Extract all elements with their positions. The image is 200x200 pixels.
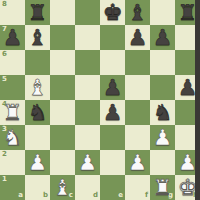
square-g8[interactable] <box>150 0 175 25</box>
white-rook[interactable]: ♜ <box>0 100 25 125</box>
square-f2[interactable]: ♟ <box>125 150 150 175</box>
square-g2[interactable] <box>150 150 175 175</box>
square-c6[interactable] <box>50 50 75 75</box>
square-e4[interactable]: ♟ <box>100 100 125 125</box>
white-rook[interactable]: ♜ <box>150 175 175 200</box>
rank-label-6: 6 <box>2 51 7 58</box>
black-knight[interactable]: ♞ <box>150 100 175 125</box>
square-c4[interactable] <box>50 100 75 125</box>
square-d4[interactable] <box>75 100 100 125</box>
square-e3[interactable] <box>100 125 125 150</box>
black-bishop[interactable]: ♝ <box>125 0 150 25</box>
square-a3[interactable]: 3♞ <box>0 125 25 150</box>
square-f5[interactable] <box>125 75 150 100</box>
square-a6[interactable]: 6 <box>0 50 25 75</box>
square-b1[interactable]: b <box>25 175 50 200</box>
rank-label-8: 8 <box>2 1 7 8</box>
square-a7[interactable]: 7♟ <box>0 25 25 50</box>
white-pawn[interactable]: ♟ <box>75 150 100 175</box>
square-b5[interactable]: ♝ <box>25 75 50 100</box>
square-d6[interactable] <box>75 50 100 75</box>
square-g1[interactable]: g♜ <box>150 175 175 200</box>
square-e8[interactable]: ♚ <box>100 0 125 25</box>
square-d5[interactable] <box>75 75 100 100</box>
black-bishop[interactable]: ♝ <box>25 25 50 50</box>
chess-board: 8♜♚♝♜7♟♝♟♟65♝♟♟4♜♞♟♞3♞♟2♟♟♟♟1abc♝defg♜h♚ <box>0 0 200 200</box>
file-label-b: b <box>43 192 48 199</box>
black-king[interactable]: ♚ <box>100 0 125 25</box>
black-pawn[interactable]: ♟ <box>100 100 125 125</box>
square-f4[interactable] <box>125 100 150 125</box>
white-pawn[interactable]: ♟ <box>25 150 50 175</box>
square-c8[interactable] <box>50 0 75 25</box>
square-c5[interactable] <box>50 75 75 100</box>
white-knight[interactable]: ♞ <box>0 125 25 150</box>
square-d3[interactable] <box>75 125 100 150</box>
square-g3[interactable]: ♟ <box>150 125 175 150</box>
square-e6[interactable] <box>100 50 125 75</box>
square-b2[interactable]: ♟ <box>25 150 50 175</box>
square-d1[interactable]: d <box>75 175 100 200</box>
square-f7[interactable]: ♟ <box>125 25 150 50</box>
black-pawn[interactable]: ♟ <box>0 25 25 50</box>
square-g5[interactable] <box>150 75 175 100</box>
square-d8[interactable] <box>75 0 100 25</box>
square-g7[interactable]: ♟ <box>150 25 175 50</box>
square-b7[interactable]: ♝ <box>25 25 50 50</box>
square-a8[interactable]: 8 <box>0 0 25 25</box>
square-f1[interactable]: f <box>125 175 150 200</box>
square-b3[interactable] <box>25 125 50 150</box>
rank-label-2: 2 <box>2 151 7 158</box>
square-e2[interactable] <box>100 150 125 175</box>
white-pawn[interactable]: ♟ <box>150 125 175 150</box>
square-c1[interactable]: c♝ <box>50 175 75 200</box>
file-label-a: a <box>18 192 23 199</box>
black-rook[interactable]: ♜ <box>25 0 50 25</box>
black-knight[interactable]: ♞ <box>25 100 50 125</box>
square-b6[interactable] <box>25 50 50 75</box>
black-pawn[interactable]: ♟ <box>150 25 175 50</box>
rank-label-5: 5 <box>2 76 7 83</box>
square-a1[interactable]: 1a <box>0 175 25 200</box>
white-pawn[interactable]: ♟ <box>125 150 150 175</box>
file-label-e: e <box>118 192 123 199</box>
white-bishop[interactable]: ♝ <box>25 75 50 100</box>
black-pawn[interactable]: ♟ <box>100 75 125 100</box>
square-e1[interactable]: e <box>100 175 125 200</box>
square-c3[interactable] <box>50 125 75 150</box>
black-pawn[interactable]: ♟ <box>125 25 150 50</box>
square-e7[interactable] <box>100 25 125 50</box>
square-a2[interactable]: 2 <box>0 150 25 175</box>
board-grid: 8♜♚♝♜7♟♝♟♟65♝♟♟4♜♞♟♞3♞♟2♟♟♟♟1abc♝defg♜h♚ <box>0 0 200 200</box>
square-c7[interactable] <box>50 25 75 50</box>
square-g6[interactable] <box>150 50 175 75</box>
file-label-d: d <box>93 192 98 199</box>
square-a4[interactable]: 4♜ <box>0 100 25 125</box>
square-d7[interactable] <box>75 25 100 50</box>
square-e5[interactable]: ♟ <box>100 75 125 100</box>
white-bishop[interactable]: ♝ <box>50 175 75 200</box>
rank-label-1: 1 <box>2 176 7 183</box>
file-label-f: f <box>145 192 148 199</box>
square-g4[interactable]: ♞ <box>150 100 175 125</box>
square-f8[interactable]: ♝ <box>125 0 150 25</box>
square-c2[interactable] <box>50 150 75 175</box>
square-d2[interactable]: ♟ <box>75 150 100 175</box>
right-edge-panel <box>195 0 200 200</box>
square-b8[interactable]: ♜ <box>25 0 50 25</box>
square-b4[interactable]: ♞ <box>25 100 50 125</box>
square-f6[interactable] <box>125 50 150 75</box>
square-f3[interactable] <box>125 125 150 150</box>
square-a5[interactable]: 5 <box>0 75 25 100</box>
